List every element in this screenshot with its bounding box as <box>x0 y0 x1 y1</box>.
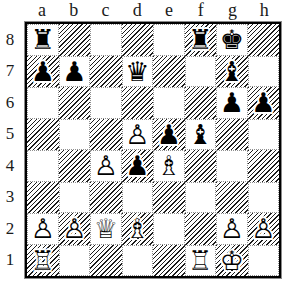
rank-label-8: 8 <box>0 24 20 56</box>
piece-white-rook: ♖ <box>186 246 216 276</box>
file-label-c: c <box>90 0 122 20</box>
piece-black-king: ♚ <box>217 25 247 55</box>
piece-black-pawn: ♟ <box>217 88 247 118</box>
square-b3[interactable] <box>59 182 91 214</box>
piece-black-pawn: ♟ <box>60 57 90 87</box>
file-label-f: f <box>185 0 217 20</box>
square-b1[interactable] <box>59 245 91 277</box>
square-e1[interactable] <box>153 245 185 277</box>
rank-label-2: 2 <box>0 213 20 245</box>
square-a2[interactable]: ♙ <box>27 213 59 245</box>
piece-white-pawn: ♙ <box>217 214 247 244</box>
square-e4[interactable]: ♗ <box>153 150 185 182</box>
square-h8[interactable] <box>248 24 280 56</box>
square-c5[interactable] <box>90 119 122 151</box>
square-b2[interactable]: ♙ <box>59 213 91 245</box>
square-e8[interactable] <box>153 24 185 56</box>
square-h5[interactable] <box>248 119 280 151</box>
square-g4[interactable] <box>216 150 248 182</box>
rank-label-4: 4 <box>0 150 20 182</box>
square-f8[interactable]: ♜ <box>185 24 217 56</box>
square-g2[interactable]: ♙ <box>216 213 248 245</box>
rank-labels: 87654321 <box>0 24 20 276</box>
piece-black-pawn: ♟ <box>122 150 154 182</box>
square-f6[interactable] <box>185 87 217 119</box>
square-d3[interactable] <box>122 182 154 214</box>
rank-label-1: 1 <box>0 245 20 277</box>
square-g5[interactable] <box>216 119 248 151</box>
square-f3[interactable] <box>185 182 217 214</box>
square-a7[interactable]: ♟ <box>27 56 59 88</box>
square-c1[interactable] <box>90 245 122 277</box>
piece-white-pawn: ♙ <box>28 214 58 244</box>
square-d4[interactable]: ♟ <box>122 150 154 182</box>
square-g6[interactable]: ♟ <box>216 87 248 119</box>
square-d6[interactable] <box>122 87 154 119</box>
square-h1[interactable] <box>248 245 280 277</box>
chess-board: ♜♜♚♟♟♛♝♟♟♙♟♝♙♟♗♙♙♕♗♙♙♖♖♔ <box>25 22 281 278</box>
square-f7[interactable] <box>185 56 217 88</box>
square-a3[interactable] <box>27 182 59 214</box>
chess-diagram: abcdefgh 87654321 ♜♜♚♟♟♛♝♟♟♙♟♝♙♟♗♙♙♕♗♙♙♖… <box>0 0 284 282</box>
square-c6[interactable] <box>90 87 122 119</box>
piece-white-rook: ♖ <box>27 245 59 277</box>
square-e3[interactable] <box>153 182 185 214</box>
piece-black-pawn: ♟ <box>27 56 59 88</box>
piece-white-pawn: ♙ <box>91 151 121 181</box>
square-c4[interactable]: ♙ <box>90 150 122 182</box>
square-a4[interactable] <box>27 150 59 182</box>
square-a1[interactable]: ♖ <box>27 245 59 277</box>
file-label-a: a <box>26 0 58 20</box>
rank-label-3: 3 <box>0 182 20 214</box>
piece-black-bishop: ♝ <box>186 120 216 150</box>
piece-white-king: ♔ <box>216 245 248 277</box>
file-label-d: d <box>121 0 153 20</box>
square-c2[interactable]: ♕ <box>90 213 122 245</box>
square-d7[interactable]: ♛ <box>122 56 154 88</box>
square-e2[interactable] <box>153 213 185 245</box>
square-b8[interactable] <box>59 24 91 56</box>
piece-white-pawn: ♙ <box>123 120 153 150</box>
file-label-h: h <box>248 0 280 20</box>
rank-label-6: 6 <box>0 87 20 119</box>
piece-white-bishop: ♗ <box>122 213 154 245</box>
file-label-e: e <box>153 0 185 20</box>
square-g8[interactable]: ♚ <box>216 24 248 56</box>
square-f1[interactable]: ♖ <box>185 245 217 277</box>
rank-label-5: 5 <box>0 119 20 151</box>
piece-white-bishop: ♗ <box>154 151 184 181</box>
square-h2[interactable]: ♙ <box>248 213 280 245</box>
piece-black-bishop: ♝ <box>216 56 248 88</box>
square-b4[interactable] <box>59 150 91 182</box>
square-a5[interactable] <box>27 119 59 151</box>
piece-black-pawn: ♟ <box>153 119 185 151</box>
square-h7[interactable] <box>248 56 280 88</box>
square-d2[interactable]: ♗ <box>122 213 154 245</box>
square-h3[interactable] <box>248 182 280 214</box>
square-f2[interactable] <box>185 213 217 245</box>
square-e7[interactable] <box>153 56 185 88</box>
square-a8[interactable]: ♜ <box>27 24 59 56</box>
piece-white-pawn: ♙ <box>59 213 91 245</box>
piece-black-rook: ♜ <box>28 25 58 55</box>
square-e5[interactable]: ♟ <box>153 119 185 151</box>
file-label-g: g <box>217 0 249 20</box>
square-d5[interactable]: ♙ <box>122 119 154 151</box>
square-h6[interactable]: ♟ <box>248 87 280 119</box>
square-c8[interactable] <box>90 24 122 56</box>
file-labels: abcdefgh <box>26 0 280 20</box>
square-d1[interactable] <box>122 245 154 277</box>
piece-black-rook: ♜ <box>185 24 217 56</box>
square-f5[interactable]: ♝ <box>185 119 217 151</box>
square-e6[interactable] <box>153 87 185 119</box>
square-g7[interactable]: ♝ <box>216 56 248 88</box>
square-d8[interactable] <box>122 24 154 56</box>
square-a6[interactable] <box>27 87 59 119</box>
square-b5[interactable] <box>59 119 91 151</box>
file-label-b: b <box>58 0 90 20</box>
square-f4[interactable] <box>185 150 217 182</box>
square-c7[interactable] <box>90 56 122 88</box>
piece-black-queen: ♛ <box>123 57 153 87</box>
piece-white-queen: ♕ <box>91 214 121 244</box>
square-g1[interactable]: ♔ <box>216 245 248 277</box>
square-g3[interactable] <box>216 182 248 214</box>
piece-white-pawn: ♙ <box>248 213 280 245</box>
piece-black-pawn: ♟ <box>248 87 280 119</box>
square-c3[interactable] <box>90 182 122 214</box>
rank-label-7: 7 <box>0 56 20 88</box>
square-h4[interactable] <box>248 150 280 182</box>
square-b7[interactable]: ♟ <box>59 56 91 88</box>
square-b6[interactable] <box>59 87 91 119</box>
